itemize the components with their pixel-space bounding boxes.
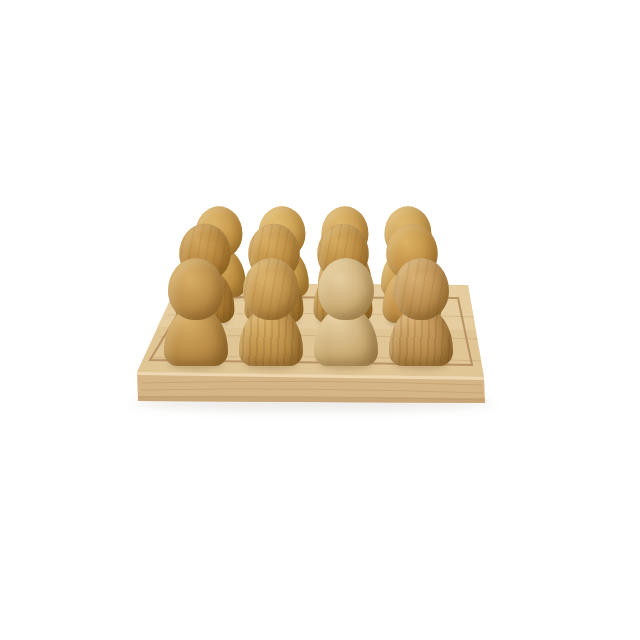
doll-head [318,258,374,320]
product-photo-canvas [0,0,640,640]
board-cell-r2c3 [383,258,458,366]
doll-head [168,258,224,320]
peg-doll-r2c1[interactable] [239,258,303,366]
board-grid [130,165,510,415]
board-row-front [158,258,458,366]
peg-doll-r2c2[interactable] [314,258,378,366]
doll-head [393,258,449,320]
board-cell-r2c0 [158,258,233,366]
peg-board-scene [130,165,510,415]
doll-head [243,258,299,320]
peg-doll-r2c3[interactable] [389,258,453,366]
peg-doll-r2c0[interactable] [164,258,228,366]
board-cell-r2c1 [233,258,308,366]
board-cell-r2c2 [308,258,383,366]
